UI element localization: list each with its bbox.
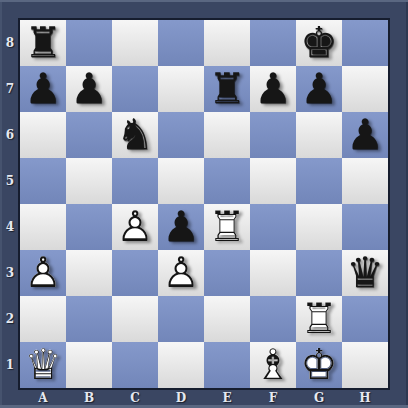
file-label-a: A	[20, 388, 66, 408]
rank-label-6: 6	[0, 112, 20, 158]
square-d4[interactable]: ♟	[158, 204, 204, 250]
square-g7[interactable]: ♟	[296, 66, 342, 112]
square-c1[interactable]	[112, 342, 158, 388]
square-a7[interactable]: ♟	[20, 66, 66, 112]
file-label-g: G	[296, 388, 342, 408]
square-c2[interactable]	[112, 296, 158, 342]
file-label-b: B	[66, 388, 112, 408]
square-c6[interactable]: ♞	[112, 112, 158, 158]
chessboard-window: ♜♚♟♟♜♟♟♞♟♟♙♟♜♖♟♙♟♙♛♜♖♛♕♝♗♚♔ 87654321 ABC…	[0, 0, 408, 408]
piece-black-rook-e7[interactable]: ♜	[204, 66, 250, 112]
piece-black-queen-h3[interactable]: ♛	[342, 250, 388, 296]
square-a5[interactable]	[20, 158, 66, 204]
square-g2[interactable]: ♜♖	[296, 296, 342, 342]
piece-white-bishop-f1[interactable]: ♝♗	[250, 342, 296, 388]
square-g8[interactable]: ♚	[296, 20, 342, 66]
square-b6[interactable]	[66, 112, 112, 158]
square-a8[interactable]: ♜	[20, 20, 66, 66]
square-e3[interactable]	[204, 250, 250, 296]
square-a6[interactable]	[20, 112, 66, 158]
square-e1[interactable]	[204, 342, 250, 388]
file-label-d: D	[158, 388, 204, 408]
square-h4[interactable]	[342, 204, 388, 250]
square-d5[interactable]	[158, 158, 204, 204]
square-c3[interactable]	[112, 250, 158, 296]
square-f1[interactable]: ♝♗	[250, 342, 296, 388]
square-b3[interactable]	[66, 250, 112, 296]
square-e8[interactable]	[204, 20, 250, 66]
square-b2[interactable]	[66, 296, 112, 342]
square-f7[interactable]: ♟	[250, 66, 296, 112]
square-e5[interactable]	[204, 158, 250, 204]
square-f2[interactable]	[250, 296, 296, 342]
square-b1[interactable]	[66, 342, 112, 388]
square-a3[interactable]: ♟♙	[20, 250, 66, 296]
piece-black-pawn-b7[interactable]: ♟	[66, 66, 112, 112]
piece-black-pawn-a7[interactable]: ♟	[20, 66, 66, 112]
file-label-e: E	[204, 388, 250, 408]
piece-black-pawn-d4[interactable]: ♟	[158, 204, 204, 250]
square-e4[interactable]: ♜♖	[204, 204, 250, 250]
square-h6[interactable]: ♟	[342, 112, 388, 158]
square-c8[interactable]	[112, 20, 158, 66]
square-e7[interactable]: ♜	[204, 66, 250, 112]
square-h2[interactable]	[342, 296, 388, 342]
piece-white-rook-e4[interactable]: ♜♖	[204, 204, 250, 250]
square-a4[interactable]	[20, 204, 66, 250]
square-b7[interactable]: ♟	[66, 66, 112, 112]
square-b4[interactable]	[66, 204, 112, 250]
rank-label-7: 7	[0, 66, 20, 112]
piece-black-pawn-g7[interactable]: ♟	[296, 66, 342, 112]
square-g6[interactable]	[296, 112, 342, 158]
square-a2[interactable]	[20, 296, 66, 342]
square-h3[interactable]: ♛	[342, 250, 388, 296]
rank-label-3: 3	[0, 250, 20, 296]
file-label-h: H	[342, 388, 388, 408]
square-d2[interactable]	[158, 296, 204, 342]
square-f3[interactable]	[250, 250, 296, 296]
square-d8[interactable]	[158, 20, 204, 66]
square-f4[interactable]	[250, 204, 296, 250]
piece-white-rook-g2[interactable]: ♜♖	[296, 296, 342, 342]
square-f5[interactable]	[250, 158, 296, 204]
square-c5[interactable]	[112, 158, 158, 204]
square-g5[interactable]	[296, 158, 342, 204]
piece-black-rook-a8[interactable]: ♜	[20, 20, 66, 66]
piece-white-pawn-c4[interactable]: ♟♙	[112, 204, 158, 250]
square-f6[interactable]	[250, 112, 296, 158]
board: ♜♚♟♟♜♟♟♞♟♟♙♟♜♖♟♙♟♙♛♜♖♛♕♝♗♚♔	[20, 20, 388, 388]
rank-label-2: 2	[0, 296, 20, 342]
rank-label-4: 4	[0, 204, 20, 250]
square-e6[interactable]	[204, 112, 250, 158]
square-h1[interactable]	[342, 342, 388, 388]
rank-label-5: 5	[0, 158, 20, 204]
file-label-c: C	[112, 388, 158, 408]
square-g4[interactable]	[296, 204, 342, 250]
square-h8[interactable]	[342, 20, 388, 66]
square-d1[interactable]	[158, 342, 204, 388]
square-g3[interactable]	[296, 250, 342, 296]
file-label-f: F	[250, 388, 296, 408]
rank-label-8: 8	[0, 20, 20, 66]
piece-white-queen-a1[interactable]: ♛♕	[20, 342, 66, 388]
square-h5[interactable]	[342, 158, 388, 204]
square-f8[interactable]	[250, 20, 296, 66]
piece-white-pawn-d3[interactable]: ♟♙	[158, 250, 204, 296]
piece-white-pawn-a3[interactable]: ♟♙	[20, 250, 66, 296]
piece-black-knight-c6[interactable]: ♞	[112, 112, 158, 158]
square-d7[interactable]	[158, 66, 204, 112]
square-g1[interactable]: ♚♔	[296, 342, 342, 388]
piece-black-pawn-h6[interactable]: ♟	[342, 112, 388, 158]
square-d6[interactable]	[158, 112, 204, 158]
square-a1[interactable]: ♛♕	[20, 342, 66, 388]
square-b8[interactable]	[66, 20, 112, 66]
piece-white-king-g1[interactable]: ♚♔	[296, 342, 342, 388]
square-b5[interactable]	[66, 158, 112, 204]
piece-black-king-g8[interactable]: ♚	[296, 20, 342, 66]
square-e2[interactable]	[204, 296, 250, 342]
rank-label-1: 1	[0, 342, 20, 388]
square-d3[interactable]: ♟♙	[158, 250, 204, 296]
square-h7[interactable]	[342, 66, 388, 112]
piece-black-pawn-f7[interactable]: ♟	[250, 66, 296, 112]
square-c4[interactable]: ♟♙	[112, 204, 158, 250]
square-c7[interactable]	[112, 66, 158, 112]
